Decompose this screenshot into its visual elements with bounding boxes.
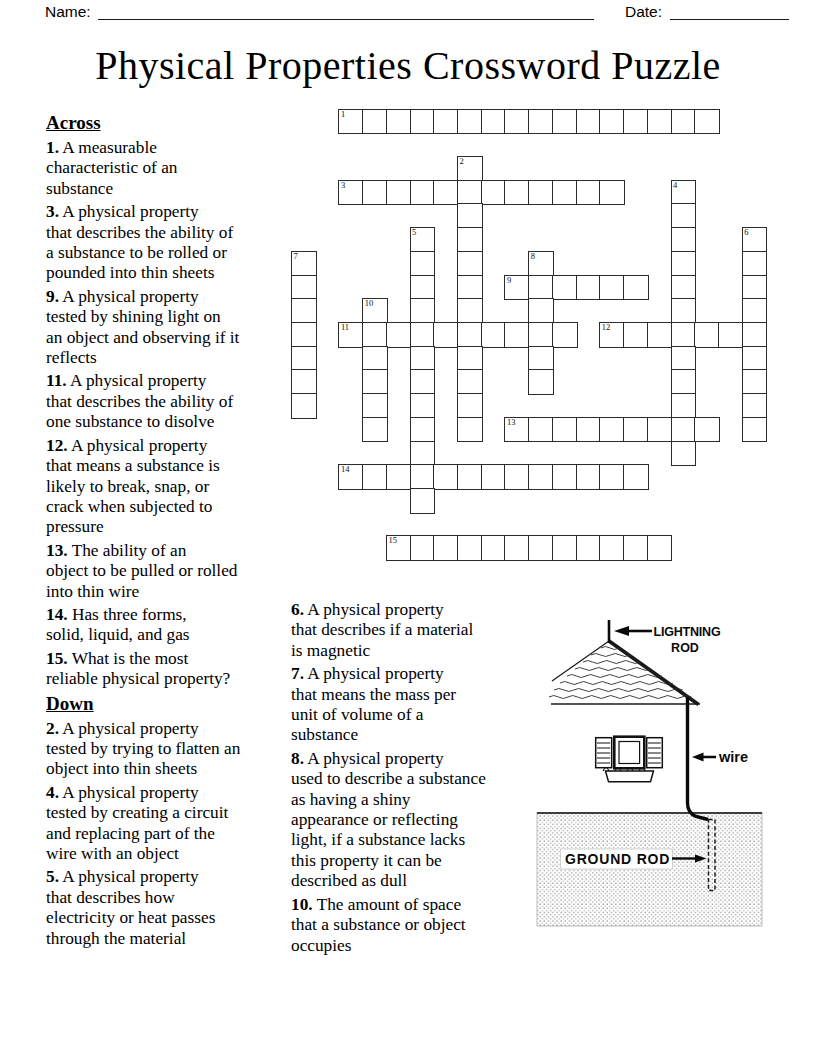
house-window [596,737,663,782]
grid-cell[interactable]: 6 [742,227,768,253]
ground-rod-label: GROUND ROD [565,851,670,867]
grid-cell[interactable] [552,417,578,443]
grid-cell[interactable] [647,535,673,561]
wire-arrow-icon [692,753,704,762]
grid-cell[interactable] [504,180,530,206]
clue-down-4: 4. A physical property tested by creatin… [46,783,291,865]
grid-cell[interactable] [671,275,697,301]
crossword-grid: 123456789101112131415 [291,109,767,561]
grid-cell[interactable] [671,298,697,324]
grid-cell[interactable] [552,535,578,561]
grid-cell[interactable] [386,109,412,135]
grid-cell[interactable] [742,393,768,419]
grid-cell[interactable] [362,393,388,419]
grid-cell[interactable] [623,417,649,443]
grid-cell[interactable] [410,298,436,324]
grid-cell[interactable] [742,251,768,277]
grid-cell[interactable]: 8 [528,251,554,277]
clue-number: 15 [388,535,397,545]
grid-cell[interactable] [457,393,483,419]
grid-cell[interactable]: 1 [338,109,364,135]
grid-cell[interactable] [694,322,720,348]
grid-cell[interactable] [671,417,697,443]
grid-cell[interactable] [528,109,554,135]
grid-cell[interactable] [457,322,483,348]
grid-cell[interactable] [481,180,507,206]
clue-across-11: 11. A physical property that describes t… [46,371,291,432]
grid-cell[interactable] [552,109,578,135]
grid-cell[interactable] [410,464,436,490]
grid-cell[interactable]: 15 [386,535,412,561]
date-blank-line[interactable] [670,3,789,20]
grid-cell[interactable] [576,109,602,135]
grid-cell[interactable] [694,109,720,135]
lightning-rod-arrow-icon [614,626,629,636]
grid-cell[interactable] [362,464,388,490]
grid-cell[interactable] [671,393,697,419]
grid-cell[interactable] [599,275,625,301]
clue-number: 12 [602,322,611,332]
grid-cell[interactable] [362,322,388,348]
grid-cell[interactable] [291,322,317,348]
grid-cell[interactable] [599,535,625,561]
grid-cell[interactable] [291,275,317,301]
clue-across-13: 13. The ability of an object to be pulle… [46,541,291,602]
date-label: Date: [625,3,662,21]
grid-cell[interactable] [457,251,483,277]
grid-cell[interactable] [410,441,436,467]
grid-cell[interactable] [433,109,459,135]
name-label: Name: [45,3,91,21]
clue-across-9: 9. A physical property tested by shining… [46,287,291,369]
grid-cell[interactable] [481,535,507,561]
grid-cell[interactable] [410,109,436,135]
grid-cell[interactable] [599,109,625,135]
grid-cell[interactable]: 3 [338,180,364,206]
clue-across-14: 14. Has three forms, solid, liquid, and … [46,605,291,646]
grid-cell[interactable] [410,393,436,419]
grid-cell[interactable] [410,488,436,514]
grid-cell[interactable]: 9 [504,275,530,301]
clue-number: 1 [341,109,345,119]
grid-cell[interactable] [410,346,436,372]
grid-cell[interactable] [528,180,554,206]
clue-number: 3 [341,180,345,190]
grid-cell[interactable] [410,251,436,277]
clue-number: 6 [744,227,748,237]
grid-cell[interactable] [576,535,602,561]
clue-number: 14 [341,464,350,474]
grid-cell[interactable] [742,369,768,395]
grid-cell[interactable] [457,417,483,443]
clue-down-7: 7. A physical property that means the ma… [291,664,533,746]
grid-cell[interactable]: 12 [599,322,625,348]
grid-cell[interactable] [291,298,317,324]
grid-cell[interactable] [623,109,649,135]
grid-cell[interactable] [576,464,602,490]
grid-cell[interactable] [528,464,554,490]
grid-cell[interactable] [291,393,317,419]
grid-cell[interactable] [386,180,412,206]
grid-cell[interactable] [433,180,459,206]
grid-cell[interactable]: 2 [457,156,483,182]
clue-number: 5 [412,227,416,237]
name-blank-line[interactable] [98,3,594,20]
grid-cell[interactable] [386,464,412,490]
grid-cell[interactable] [504,109,530,135]
grid-cell[interactable] [671,109,697,135]
grid-cell[interactable] [410,417,436,443]
grid-cell[interactable]: 7 [291,251,317,277]
grid-cell[interactable]: 5 [410,227,436,253]
grid-cell[interactable] [386,322,412,348]
grid-cell[interactable] [410,275,436,301]
clue-across-15: 15. What is the most reliable physical p… [46,649,291,690]
grid-cell[interactable] [576,275,602,301]
clue-down-2: 2. A physical property tested by trying … [46,719,291,780]
grid-cell[interactable] [623,275,649,301]
clue-number: 10 [365,298,374,308]
grid-cell[interactable] [457,275,483,301]
grid-cell[interactable] [599,180,625,206]
grid-cell[interactable] [552,275,578,301]
wire-label: wire [718,749,748,765]
grid-cell[interactable] [504,322,530,348]
grid-cell[interactable] [410,322,436,348]
wire: wire [688,697,749,820]
grid-cell[interactable] [576,417,602,443]
grid-cell[interactable] [528,346,554,372]
grid-cell[interactable] [671,346,697,372]
grid-cell[interactable] [718,322,744,348]
grid-cell[interactable] [457,464,483,490]
grid-cell[interactable] [457,203,483,229]
clue-across-12: 12. A physical property that means a sub… [46,436,291,538]
grid-cell[interactable] [528,417,554,443]
grid-cell[interactable] [362,417,388,443]
clue-down-10: 10. The amount of space that a substance… [291,895,533,956]
grid-cell[interactable] [528,275,554,301]
grid-cell[interactable] [552,464,578,490]
clue-number: 7 [294,251,298,261]
clue-across-3: 3. A physical property that describes th… [46,202,291,284]
grid-cell[interactable] [599,417,625,443]
clue-number: 13 [507,417,516,427]
grid-cell[interactable] [504,535,530,561]
worksheet-page: Name: Date: Physical Properties Crosswor… [0,0,816,1056]
clue-number: 8 [531,251,535,261]
clue-down-5: 5. A physical property that describes ho… [46,867,291,949]
grid-cell[interactable] [647,109,673,135]
grid-cell[interactable] [362,346,388,372]
grid-cell[interactable] [742,346,768,372]
grid-cell[interactable] [742,298,768,324]
lightning-rod-illustration: LIGHTNING ROD wire [535,605,805,935]
grid-cell[interactable] [457,369,483,395]
grid-cell[interactable] [457,535,483,561]
grid-cell[interactable] [599,464,625,490]
grid-cell[interactable] [362,369,388,395]
grid-cell[interactable] [481,109,507,135]
grid-cell[interactable] [481,464,507,490]
clue-down-6: 6. A physical property that describes if… [291,600,533,661]
grid-cell[interactable]: 13 [504,417,530,443]
grid-cell[interactable] [552,322,578,348]
grid-cell[interactable] [410,180,436,206]
clues-middle-column: 6. A physical property that describes if… [291,600,533,959]
grid-cell[interactable] [528,535,554,561]
grid-cell[interactable] [457,346,483,372]
lightning-rod: LIGHTNING ROD [609,620,720,655]
grid-cell[interactable] [623,464,649,490]
flower-box [606,771,654,782]
grid-cell[interactable] [528,322,554,348]
grid-cell[interactable]: 11 [338,322,364,348]
clue-number: 4 [673,180,677,190]
grid-cell[interactable]: 10 [362,298,388,324]
grid-cell[interactable] [457,227,483,253]
grid-cell[interactable] [528,298,554,324]
page-title: Physical Properties Crossword Puzzle [0,42,816,89]
grid-cell[interactable] [671,227,697,253]
grid-cell[interactable] [671,251,697,277]
grid-cell[interactable] [433,464,459,490]
grid-cell[interactable] [623,535,649,561]
grid-cell[interactable] [362,180,388,206]
clue-number: 11 [341,322,349,332]
clue-number: 9 [507,275,511,285]
grid-cell[interactable]: 14 [338,464,364,490]
grid-cell[interactable] [552,180,578,206]
across-heading: Across [46,112,291,134]
grid-cell[interactable] [433,322,459,348]
grid-cell[interactable] [457,298,483,324]
grid-cell[interactable] [457,180,483,206]
grid-cell[interactable] [742,275,768,301]
clue-across-1: 1. A measurable characteristic of an sub… [46,138,291,199]
grid-cell[interactable] [291,346,317,372]
grid-cell[interactable] [671,441,697,467]
grid-cell[interactable] [671,322,697,348]
grid-cell[interactable] [694,417,720,443]
grid-cell[interactable] [291,369,317,395]
clue-down-8: 8. A physical property used to describe … [291,749,533,892]
grid-cell[interactable] [671,369,697,395]
grid-cell[interactable] [410,535,436,561]
grid-cell[interactable] [362,109,388,135]
grid-cell[interactable] [623,322,649,348]
grid-cell[interactable] [671,203,697,229]
clues-left-column: Across 1. A measurable characteristic of… [46,112,291,952]
grid-cell[interactable]: 4 [671,180,697,206]
clue-number: 2 [460,156,464,166]
grid-cell[interactable] [457,109,483,135]
grid-cell[interactable] [504,464,530,490]
grid-cell[interactable] [742,322,768,348]
grid-cell[interactable] [528,369,554,395]
grid-cell[interactable] [576,180,602,206]
grid-cell[interactable] [647,322,673,348]
grid-cell[interactable] [433,535,459,561]
grid-cell[interactable] [742,417,768,443]
lightning-rod-label-line2: ROD [671,641,699,655]
grid-cell[interactable] [410,369,436,395]
grid-cell[interactable] [647,417,673,443]
grid-cell[interactable] [481,322,507,348]
down-heading: Down [46,693,291,715]
lightning-rod-label-line1: LIGHTNING [654,625,721,639]
